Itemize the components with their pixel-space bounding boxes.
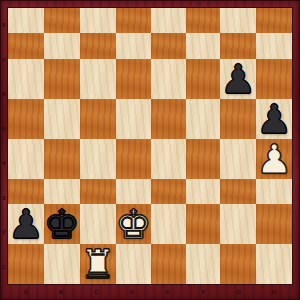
rank-label-1: 1 <box>0 250 8 285</box>
square-b2[interactable]: ♚ <box>44 204 80 244</box>
square-a4[interactable] <box>8 139 44 179</box>
square-b6[interactable] <box>44 59 80 99</box>
chessboard: 87654321 ABCDEFGH ♟♟♟♟♚♚♜ <box>0 0 300 300</box>
rank-label-6: 6 <box>0 77 8 112</box>
square-h2[interactable] <box>256 204 292 244</box>
file-label-a: A <box>8 284 44 300</box>
black-pawn[interactable]: ♟ <box>220 59 256 99</box>
square-b4[interactable] <box>44 139 80 179</box>
rank-label-3: 3 <box>0 181 8 216</box>
file-labels: ABCDEFGH <box>8 284 292 300</box>
black-king[interactable]: ♚ <box>44 204 80 244</box>
square-a5[interactable] <box>8 99 44 139</box>
square-f4[interactable] <box>186 139 220 179</box>
square-a8[interactable] <box>8 8 44 33</box>
rank-label-5: 5 <box>0 112 8 147</box>
square-h3[interactable] <box>256 179 292 204</box>
file-label-h: H <box>257 284 293 300</box>
square-h8[interactable] <box>256 8 292 33</box>
square-a7[interactable] <box>8 33 44 58</box>
square-e5[interactable] <box>151 99 185 139</box>
rank-label-2: 2 <box>0 215 8 250</box>
square-d4[interactable] <box>116 139 152 179</box>
rank-label-4: 4 <box>0 146 8 181</box>
square-b8[interactable] <box>44 8 80 33</box>
square-a2[interactable]: ♟ <box>8 204 44 244</box>
square-c5[interactable] <box>80 99 116 139</box>
square-c3[interactable] <box>80 179 116 204</box>
square-h7[interactable] <box>256 33 292 58</box>
file-label-g: G <box>221 284 257 300</box>
square-g3[interactable] <box>220 179 256 204</box>
square-f1[interactable] <box>186 244 220 284</box>
square-c2[interactable] <box>80 204 116 244</box>
black-pawn[interactable]: ♟ <box>256 99 292 139</box>
square-f3[interactable] <box>186 179 220 204</box>
white-rook[interactable]: ♜ <box>80 244 116 284</box>
square-e1[interactable] <box>151 244 185 284</box>
rank-label-8: 8 <box>0 8 8 43</box>
square-g4[interactable] <box>220 139 256 179</box>
square-c1[interactable]: ♜ <box>80 244 116 284</box>
file-label-b: B <box>44 284 80 300</box>
square-e2[interactable] <box>151 204 185 244</box>
rank-labels: 87654321 <box>0 8 8 284</box>
square-g5[interactable] <box>220 99 256 139</box>
square-e7[interactable] <box>151 33 185 58</box>
square-b1[interactable] <box>44 244 80 284</box>
square-c7[interactable] <box>80 33 116 58</box>
square-h4[interactable]: ♟ <box>256 139 292 179</box>
square-d7[interactable] <box>116 33 152 58</box>
square-a1[interactable] <box>8 244 44 284</box>
square-h6[interactable] <box>256 59 292 99</box>
black-pawn[interactable]: ♟ <box>8 204 44 244</box>
square-c6[interactable] <box>80 59 116 99</box>
square-b5[interactable] <box>44 99 80 139</box>
file-label-f: F <box>186 284 222 300</box>
square-d1[interactable] <box>116 244 152 284</box>
square-d2[interactable]: ♚ <box>116 204 152 244</box>
square-g7[interactable] <box>220 33 256 58</box>
square-d6[interactable] <box>116 59 152 99</box>
square-d5[interactable] <box>116 99 152 139</box>
rank-label-7: 7 <box>0 43 8 78</box>
square-f2[interactable] <box>186 204 220 244</box>
square-f6[interactable] <box>186 59 220 99</box>
file-label-e: E <box>150 284 186 300</box>
square-g6[interactable]: ♟ <box>220 59 256 99</box>
square-c8[interactable] <box>80 8 116 33</box>
file-label-d: D <box>115 284 151 300</box>
square-h5[interactable]: ♟ <box>256 99 292 139</box>
square-c4[interactable] <box>80 139 116 179</box>
square-f5[interactable] <box>186 99 220 139</box>
square-d8[interactable] <box>116 8 152 33</box>
square-e4[interactable] <box>151 139 185 179</box>
white-king[interactable]: ♚ <box>116 204 152 244</box>
square-e6[interactable] <box>151 59 185 99</box>
square-e8[interactable] <box>151 8 185 33</box>
square-b7[interactable] <box>44 33 80 58</box>
square-g8[interactable] <box>220 8 256 33</box>
square-h1[interactable] <box>256 244 292 284</box>
square-g2[interactable] <box>220 204 256 244</box>
square-f8[interactable] <box>186 8 220 33</box>
square-g1[interactable] <box>220 244 256 284</box>
square-f7[interactable] <box>186 33 220 58</box>
white-pawn[interactable]: ♟ <box>256 139 292 179</box>
square-a6[interactable] <box>8 59 44 99</box>
square-e3[interactable] <box>151 179 185 204</box>
board-grid: ♟♟♟♟♚♚♜ <box>8 8 292 284</box>
